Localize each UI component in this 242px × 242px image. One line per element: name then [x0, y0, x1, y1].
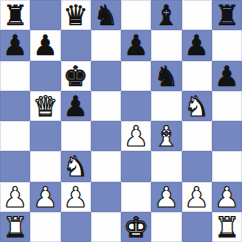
black-pawn-icon: ♟	[184, 32, 209, 60]
square-g8[interactable]	[182, 0, 212, 30]
square-c6[interactable]: ♚	[61, 61, 91, 91]
white-pawn-icon: ♟	[184, 183, 209, 211]
square-h7[interactable]	[212, 30, 242, 60]
square-g4[interactable]	[182, 121, 212, 151]
square-f8[interactable]: ♝	[151, 0, 181, 30]
white-rook-icon: ♜	[214, 213, 239, 241]
square-h5[interactable]	[212, 91, 242, 121]
black-pawn-icon: ♟	[124, 32, 149, 60]
square-c8[interactable]: ♛	[61, 0, 91, 30]
square-a6[interactable]	[0, 61, 30, 91]
square-a7[interactable]: ♟	[0, 30, 30, 60]
black-bishop-icon: ♝	[154, 2, 179, 30]
square-e2[interactable]	[121, 182, 151, 212]
square-d7[interactable]	[91, 30, 121, 60]
square-b1[interactable]	[30, 212, 60, 242]
square-g5[interactable]: ♞	[182, 91, 212, 121]
square-b2[interactable]: ♟	[30, 182, 60, 212]
chess-board: ♜♛♞♝♜♟♟♟♟♚♞♟♛♟♞♟♝♞♟♟♟♟♟♟♜♚♜	[0, 0, 242, 242]
square-b6[interactable]	[30, 61, 60, 91]
square-a3[interactable]	[0, 151, 30, 181]
square-b5[interactable]: ♛	[30, 91, 60, 121]
square-a8[interactable]: ♜	[0, 0, 30, 30]
black-pawn-icon: ♟	[63, 92, 88, 120]
square-d1[interactable]	[91, 212, 121, 242]
square-h3[interactable]	[212, 151, 242, 181]
square-e6[interactable]	[121, 61, 151, 91]
square-a5[interactable]	[0, 91, 30, 121]
square-c1[interactable]	[61, 212, 91, 242]
black-knight-icon: ♞	[93, 2, 118, 30]
black-pawn-icon: ♟	[33, 32, 58, 60]
square-g3[interactable]	[182, 151, 212, 181]
square-e3[interactable]	[121, 151, 151, 181]
white-pawn-icon: ♟	[214, 183, 239, 211]
square-f4[interactable]: ♝	[151, 121, 181, 151]
white-pawn-icon: ♟	[3, 183, 28, 211]
square-g1[interactable]	[182, 212, 212, 242]
square-b4[interactable]	[30, 121, 60, 151]
square-e1[interactable]: ♚	[121, 212, 151, 242]
square-c4[interactable]	[61, 121, 91, 151]
square-e7[interactable]: ♟	[121, 30, 151, 60]
square-b3[interactable]	[30, 151, 60, 181]
black-king-icon: ♚	[63, 62, 88, 90]
square-f2[interactable]: ♟	[151, 182, 181, 212]
square-h8[interactable]: ♜	[212, 0, 242, 30]
square-d3[interactable]	[91, 151, 121, 181]
white-bishop-icon: ♝	[154, 123, 179, 151]
square-d4[interactable]	[91, 121, 121, 151]
white-king-icon: ♚	[124, 213, 149, 241]
square-d6[interactable]	[91, 61, 121, 91]
square-h4[interactable]	[212, 121, 242, 151]
white-pawn-icon: ♟	[63, 183, 88, 211]
square-g7[interactable]: ♟	[182, 30, 212, 60]
square-c7[interactable]	[61, 30, 91, 60]
square-h1[interactable]: ♜	[212, 212, 242, 242]
black-pawn-icon: ♟	[3, 32, 28, 60]
black-pawn-icon: ♟	[214, 62, 239, 90]
white-pawn-icon: ♟	[154, 183, 179, 211]
square-h6[interactable]: ♟	[212, 61, 242, 91]
white-rook-icon: ♜	[3, 213, 28, 241]
square-f3[interactable]	[151, 151, 181, 181]
square-a1[interactable]: ♜	[0, 212, 30, 242]
black-queen-icon: ♛	[63, 2, 88, 30]
square-a2[interactable]: ♟	[0, 182, 30, 212]
square-e4[interactable]: ♟	[121, 121, 151, 151]
black-rook-icon: ♜	[3, 2, 28, 30]
white-knight-icon: ♞	[184, 92, 209, 120]
square-c5[interactable]: ♟	[61, 91, 91, 121]
square-c2[interactable]: ♟	[61, 182, 91, 212]
square-a4[interactable]	[0, 121, 30, 151]
square-e5[interactable]	[121, 91, 151, 121]
square-f1[interactable]	[151, 212, 181, 242]
square-d8[interactable]: ♞	[91, 0, 121, 30]
square-d5[interactable]	[91, 91, 121, 121]
square-d2[interactable]	[91, 182, 121, 212]
white-pawn-icon: ♟	[33, 183, 58, 211]
square-b8[interactable]	[30, 0, 60, 30]
white-knight-icon: ♞	[63, 153, 88, 181]
square-f6[interactable]: ♞	[151, 61, 181, 91]
square-e8[interactable]	[121, 0, 151, 30]
square-c3[interactable]: ♞	[61, 151, 91, 181]
white-pawn-icon: ♟	[124, 123, 149, 151]
square-b7[interactable]: ♟	[30, 30, 60, 60]
black-rook-icon: ♜	[214, 2, 239, 30]
black-knight-icon: ♞	[154, 62, 179, 90]
square-g2[interactable]: ♟	[182, 182, 212, 212]
square-g6[interactable]	[182, 61, 212, 91]
square-f7[interactable]	[151, 30, 181, 60]
square-f5[interactable]	[151, 91, 181, 121]
square-h2[interactable]: ♟	[212, 182, 242, 212]
white-queen-icon: ♛	[33, 92, 58, 120]
